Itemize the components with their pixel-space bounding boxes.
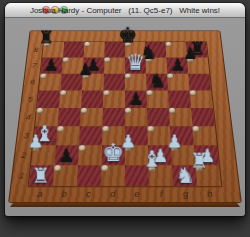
square-c2[interactable] — [79, 145, 86, 150]
rank-label-5: 5 — [24, 90, 37, 107]
square-a7[interactable]: ♟ — [41, 57, 63, 73]
square-b5[interactable] — [60, 90, 66, 95]
square-c6[interactable]: ♟ — [83, 73, 89, 78]
piece-black-pawn-e5[interactable]: ♟ — [128, 91, 143, 108]
square-h6[interactable] — [188, 73, 211, 90]
piece-white-bishop-f1[interactable]: ♝ — [142, 148, 162, 171]
square-d2[interactable]: ♚ — [101, 145, 125, 165]
chess-board: 87654321 abcdefgh ♜♚♜♟♟♛♞♟♟♟♞♟♝♟♟♚♟♟♟♟♜♝… — [9, 31, 240, 202]
piece-black-pawn-b2[interactable]: ♟ — [58, 147, 74, 165]
square-b4[interactable] — [58, 108, 81, 126]
piece-black-pawn-h7[interactable]: ♟ — [183, 45, 197, 61]
square-a1[interactable]: ♜ — [29, 165, 55, 186]
square-d7[interactable] — [104, 57, 110, 61]
square-c3[interactable] — [79, 126, 102, 145]
square-e5[interactable]: ♟ — [125, 90, 147, 107]
piece-black-pawn-a7[interactable]: ♟ — [44, 57, 59, 73]
square-g5[interactable] — [168, 90, 191, 107]
piece-black-king-e8[interactable]: ♚ — [118, 24, 137, 45]
square-b7[interactable] — [63, 57, 69, 61]
square-b2[interactable]: ♟ — [54, 145, 79, 165]
square-a6[interactable] — [40, 73, 46, 78]
file-label-g: g — [173, 188, 198, 200]
square-h4[interactable] — [191, 108, 215, 126]
file-label-h: h — [197, 188, 222, 200]
square-f1[interactable]: ♝ — [149, 165, 156, 171]
chess-app-window: Joshua Hardy - Computer (11. Qc5-e7) Whi… — [5, 3, 245, 216]
title-bar[interactable]: Joshua Hardy - Computer (11. Qc5-e7) Whi… — [5, 3, 245, 18]
square-a4[interactable] — [36, 108, 43, 113]
rank-label-4: 4 — [22, 108, 35, 126]
square-e8[interactable]: ♚ — [125, 42, 131, 46]
piece-white-king-d2[interactable]: ♚ — [102, 140, 124, 165]
board-scene: 87654321 abcdefgh ♜♚♜♟♟♛♞♟♟♟♞♟♝♟♟♚♟♟♟♟♜♝… — [5, 19, 245, 196]
file-label-d: d — [101, 188, 125, 200]
file-label-e: e — [125, 188, 149, 200]
square-d3[interactable] — [102, 126, 108, 131]
square-e7[interactable]: ♛ — [125, 57, 146, 73]
square-c1[interactable] — [77, 165, 102, 186]
window-title: Joshua Hardy - Computer (11. Qc5-e7) Whi… — [5, 6, 245, 15]
square-a8[interactable]: ♜ — [43, 42, 49, 46]
square-b8[interactable] — [63, 42, 84, 57]
square-h1[interactable]: ♜ — [196, 165, 203, 171]
square-b1[interactable] — [54, 165, 61, 171]
piece-white-knight-g1[interactable]: ♞ — [175, 164, 195, 186]
square-c4[interactable] — [81, 108, 87, 113]
square-h7[interactable]: ♟ — [187, 57, 193, 61]
piece-black-pawn-g7[interactable]: ♟ — [170, 57, 185, 73]
square-d1[interactable] — [101, 165, 108, 171]
square-e2[interactable]: ♟ — [125, 145, 131, 150]
square-f6[interactable]: ♞ — [146, 73, 168, 90]
square-f7[interactable]: ♞ — [146, 57, 152, 61]
rank-label-6: 6 — [26, 73, 39, 90]
square-c8[interactable] — [84, 42, 90, 46]
piece-black-rook-a8[interactable]: ♜ — [38, 28, 54, 46]
square-a5[interactable] — [37, 90, 60, 107]
square-d4[interactable] — [103, 108, 125, 126]
square-b3[interactable] — [57, 126, 64, 131]
file-label-b: b — [52, 188, 77, 200]
square-g1[interactable]: ♞ — [172, 165, 197, 186]
square-h5[interactable] — [190, 90, 196, 95]
square-a2[interactable]: ♟ — [33, 145, 40, 150]
file-labels: abcdefgh — [27, 188, 222, 200]
square-g2[interactable]: ♟ — [171, 145, 178, 150]
rank-label-1: 1 — [15, 165, 29, 186]
piece-white-rook-a1[interactable]: ♜ — [31, 165, 50, 186]
file-label-c: c — [76, 188, 101, 200]
square-d6[interactable] — [103, 73, 125, 90]
file-label-f: f — [149, 188, 174, 200]
square-h3[interactable] — [192, 126, 199, 131]
piece-black-pawn-c6[interactable]: ♟ — [78, 61, 93, 77]
square-g7[interactable]: ♟ — [166, 57, 188, 73]
piece-black-knight-f6[interactable]: ♞ — [149, 70, 167, 90]
square-g8[interactable] — [166, 42, 172, 46]
square-c5[interactable] — [81, 90, 103, 107]
piece-white-queen-e7[interactable]: ♛ — [126, 51, 146, 73]
piece-white-pawn-a2[interactable]: ♟ — [28, 132, 44, 150]
board-grid: ♜♚♜♟♟♛♞♟♟♟♞♟♝♟♟♚♟♟♟♟♜♝♞♜ — [29, 42, 221, 186]
square-f5[interactable] — [147, 90, 153, 95]
file-label-a: a — [27, 188, 52, 200]
square-g6[interactable] — [167, 73, 173, 78]
piece-white-pawn-g2[interactable]: ♟ — [166, 132, 182, 150]
square-d5[interactable] — [103, 90, 109, 95]
square-f3[interactable] — [147, 126, 153, 131]
rank-label-7: 7 — [28, 57, 40, 73]
square-e6[interactable] — [125, 73, 131, 78]
square-g4[interactable] — [169, 108, 175, 113]
square-f4[interactable] — [147, 108, 170, 126]
